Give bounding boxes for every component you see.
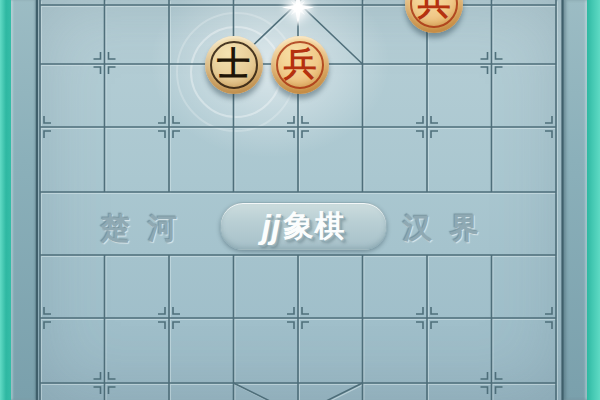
sparkle-core (293, 3, 303, 13)
board-lattice: 士兵兵 (8, 0, 589, 400)
piece-glyph: 兵 (418, 0, 451, 19)
piece-glyph: 兵 (284, 47, 317, 80)
jj-xiangqi-board-screen: 楚河 jj 象棋 汉界 士兵兵 (0, 0, 600, 400)
piece-red-soldier[interactable]: 兵 (266, 34, 331, 95)
piece-glyph: 士 (217, 47, 250, 80)
piece-black-advisor[interactable]: 士 (201, 34, 266, 95)
piece-red-soldier[interactable]: 兵 (395, 0, 460, 34)
sparkle-effect (266, 0, 331, 34)
